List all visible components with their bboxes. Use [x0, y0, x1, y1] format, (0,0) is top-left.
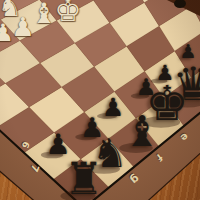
chess-set-photo: 67gfe ♛♚♝♞♜♟♟♟♟♟♟♚♝♞♟♟: [0, 0, 200, 200]
white-pawn-f2: ♟: [11, 14, 34, 40]
black-rook-h8: ♜: [64, 157, 103, 200]
black-pawn-f7: ♟: [102, 95, 124, 120]
white-bishop-f1: ♝: [31, 0, 56, 28]
black-bishop-f8: ♝: [123, 111, 161, 153]
white-pawn-g2: ♟: [0, 21, 14, 45]
white-king-e1: ♚: [55, 0, 82, 26]
